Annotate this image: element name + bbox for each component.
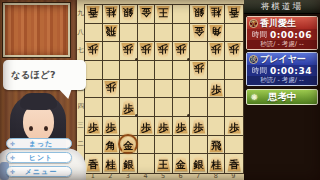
shogi-piece[interactable]: 銀 (121, 6, 135, 22)
button-label: メニュー (17, 167, 65, 177)
board-cell[interactable] (103, 61, 121, 80)
shogi-piece[interactable]: 飛 (104, 25, 118, 41)
board-cell[interactable] (208, 61, 226, 80)
board-cell[interactable]: 桂 (208, 5, 226, 24)
board-cell[interactable] (225, 24, 243, 43)
shogi-piece[interactable]: 金 (139, 6, 153, 22)
shogi-piece[interactable]: 歩 (121, 99, 135, 115)
board-cell[interactable]: 歩 (208, 42, 226, 61)
hint-button[interactable]: ✛ヒント (6, 152, 72, 163)
shogi-piece[interactable]: 角 (104, 137, 118, 153)
byoyomi-row-gote: 秒読/ - 考慮/ -- (247, 76, 317, 85)
shogi-piece[interactable]: 歩 (156, 43, 170, 59)
board-cell[interactable] (138, 24, 156, 43)
rank-label: 九 (77, 4, 84, 23)
action-buttons: ✛まった✛ヒント✛メニュー (6, 138, 72, 177)
gote-badge-icon: 後 (249, 55, 258, 64)
rank-label: 七 (77, 41, 84, 60)
board-cell[interactable]: 歩 (103, 80, 121, 99)
sente-badge-icon: 先 (249, 19, 258, 28)
board-cell[interactable] (120, 117, 138, 136)
board-cell[interactable]: 金 (138, 5, 156, 24)
board-cell[interactable] (138, 98, 156, 117)
board-cell[interactable]: 歩 (190, 61, 208, 80)
board-cell[interactable] (155, 98, 173, 117)
shogi-piece[interactable]: 歩 (209, 43, 223, 59)
avatar-bangs (20, 93, 57, 110)
shogi-app: 九八七六五四三二一 香桂銀金王銀桂香飛金角歩歩歩歩歩歩歩歩歩歩歩歩歩歩歩歩歩歩角… (0, 0, 320, 180)
shogi-piece[interactable]: 歩 (156, 118, 170, 134)
time-label: 時間 (252, 30, 267, 40)
shogi-piece[interactable]: 金 (192, 25, 206, 41)
board-cell[interactable]: 歩 (155, 117, 173, 136)
player-name-sente: 香川愛生 (260, 17, 296, 30)
board-cell[interactable]: 銀 (120, 5, 138, 24)
board-cell[interactable] (225, 80, 243, 99)
board-cell[interactable]: 歩 (190, 117, 208, 136)
file-label: 1 (84, 172, 102, 180)
shogi-piece[interactable]: 歩 (174, 118, 188, 134)
board-cell[interactable]: 香 (225, 154, 243, 173)
board-cell[interactable]: 歩 (138, 42, 156, 61)
board-cell[interactable] (155, 136, 173, 155)
board-cell[interactable]: 歩 (85, 117, 103, 136)
board-cell[interactable] (173, 136, 191, 155)
board-cell[interactable]: 銀 (190, 154, 208, 173)
board-cell[interactable] (85, 136, 103, 155)
board-cell[interactable]: 飛 (208, 136, 226, 155)
clock-gote: 0:00:34 (270, 66, 312, 76)
avatar-eye (29, 126, 33, 131)
shogi-piece[interactable]: 桂 (104, 6, 118, 22)
board-grid: 香桂銀金王銀桂香飛金角歩歩歩歩歩歩歩歩歩歩歩歩歩歩歩歩歩歩角金飛香桂銀王金銀桂香 (84, 4, 244, 174)
shogi-piece[interactable]: 香 (86, 156, 100, 172)
board-cell[interactable]: 飛 (103, 24, 121, 43)
shogi-piece[interactable]: 銀 (121, 156, 135, 172)
hoshi-dot (135, 114, 138, 117)
shogi-piece[interactable]: 歩 (104, 118, 118, 134)
board-cell[interactable]: 香 (225, 5, 243, 24)
shogi-piece[interactable]: 歩 (104, 81, 118, 97)
board-cell[interactable] (85, 80, 103, 99)
time-label: 時間 (252, 66, 267, 76)
board-cell[interactable] (138, 61, 156, 80)
board-cell[interactable]: 角 (208, 24, 226, 43)
board-cell[interactable]: 金 (190, 24, 208, 43)
piece-stand-top[interactable] (3, 3, 70, 57)
shogi-piece[interactable]: 桂 (104, 156, 118, 172)
board-cell[interactable] (85, 98, 103, 117)
shogi-piece[interactable]: 銀 (192, 6, 206, 22)
hoshi-dot (187, 114, 190, 117)
board-cell[interactable] (120, 24, 138, 43)
board-cell[interactable] (225, 136, 243, 155)
info-panel: 将棋道場 先 香川愛生 時間 0:00:06 秒読/ - 考慮/ -- 後 プレ… (244, 0, 320, 180)
button-label: まった (17, 139, 65, 149)
shogi-board: 九八七六五四三二一 香桂銀金王銀桂香飛金角歩歩歩歩歩歩歩歩歩歩歩歩歩歩歩歩歩歩角… (77, 0, 244, 180)
shogi-piece[interactable]: 桂 (209, 6, 223, 22)
dpad-icon: ✛ (10, 153, 15, 162)
shogi-piece[interactable]: 銀 (192, 156, 206, 172)
board-cell[interactable] (173, 61, 191, 80)
matta-button[interactable]: ✛まった (6, 138, 72, 149)
player-name-gote: プレイヤー (260, 53, 306, 66)
shogi-piece[interactable]: 金 (121, 137, 135, 153)
board-cell[interactable] (190, 98, 208, 117)
player-box-sente: 先 香川愛生 時間 0:00:06 秒読/ - 考慮/ -- (246, 16, 318, 50)
board-cell[interactable]: 歩 (225, 117, 243, 136)
hoshi-dot (135, 58, 138, 61)
spinner-icon: ❋ (251, 93, 258, 102)
file-labels: 123456789 (84, 172, 242, 180)
board-cell[interactable] (208, 98, 226, 117)
board-cell[interactable] (225, 61, 243, 80)
button-label: ヒント (17, 153, 65, 163)
board-cell[interactable] (173, 24, 191, 43)
board-cell[interactable]: 王 (155, 154, 173, 173)
shogi-piece[interactable]: 王 (156, 6, 170, 22)
board-cell[interactable]: 王 (155, 5, 173, 24)
file-label: 9 (225, 172, 243, 180)
board-cell[interactable] (190, 42, 208, 61)
board-cell[interactable] (120, 61, 138, 80)
shogi-piece[interactable]: 歩 (209, 81, 223, 97)
board-cell[interactable] (138, 136, 156, 155)
shogi-piece[interactable]: 桂 (209, 156, 223, 172)
thinking-status-bar: ❋ 思考中 (246, 89, 318, 105)
board-cell[interactable] (208, 117, 226, 136)
board-cell[interactable] (103, 42, 121, 61)
board-cell[interactable] (190, 136, 208, 155)
shogi-piece[interactable]: 歩 (227, 118, 241, 134)
shogi-piece[interactable]: 歩 (227, 43, 241, 59)
status-label: 思考中 (258, 91, 307, 104)
shogi-piece[interactable]: 香 (227, 156, 241, 172)
board-cell[interactable] (173, 80, 191, 99)
board-cell[interactable] (225, 98, 243, 117)
board-cell[interactable] (190, 80, 208, 99)
board-cell[interactable] (173, 5, 191, 24)
dpad-icon: ✛ (10, 167, 15, 176)
shogi-piece[interactable]: 金 (174, 156, 188, 172)
shogi-piece[interactable]: 歩 (174, 43, 188, 59)
dpad-icon: ✛ (10, 139, 15, 148)
file-label: 7 (189, 172, 207, 180)
board-cell[interactable]: 歩 (225, 42, 243, 61)
board-cell[interactable]: 香 (85, 154, 103, 173)
board-cell[interactable]: 歩 (173, 117, 191, 136)
board-cell[interactable] (85, 61, 103, 80)
shogi-piece[interactable]: 王 (156, 156, 170, 172)
board-cell[interactable]: 香 (85, 5, 103, 24)
board-cell[interactable]: 歩 (103, 117, 121, 136)
file-label: 2 (102, 172, 120, 180)
rank-label: 八 (77, 23, 84, 42)
shogi-piece[interactable]: 香 (86, 6, 100, 22)
speech-bubble: なるほど? (3, 60, 86, 90)
player-box-gote: 後 プレイヤー 時間 0:00:34 秒読/ - 考慮/ -- (246, 52, 318, 86)
shogi-piece[interactable]: 歩 (86, 118, 100, 134)
board-cell[interactable]: 銀 (120, 154, 138, 173)
board-cell[interactable] (103, 98, 121, 117)
board-cell[interactable] (138, 80, 156, 99)
menu-button[interactable]: ✛メニュー (6, 166, 72, 177)
board-cell[interactable] (85, 24, 103, 43)
board-cell[interactable]: 銀 (190, 5, 208, 24)
speech-bubble-text: なるほど? (11, 69, 55, 82)
shogi-piece[interactable]: 歩 (86, 43, 100, 59)
shogi-piece[interactable]: 香 (227, 6, 241, 22)
hoshi-dot (187, 58, 190, 61)
board-cell[interactable]: 桂 (208, 154, 226, 173)
board-cell[interactable]: 歩 (85, 42, 103, 61)
board-cell[interactable]: 歩 (138, 117, 156, 136)
board-cell[interactable]: 歩 (208, 80, 226, 99)
app-title: 将棋道場 (244, 0, 320, 14)
shogi-piece[interactable]: 歩 (139, 43, 153, 59)
board-cell[interactable]: 桂 (103, 154, 121, 173)
board-cell[interactable] (155, 80, 173, 99)
shogi-piece[interactable]: 歩 (121, 43, 135, 59)
shogi-piece[interactable]: 飛 (209, 137, 223, 153)
board-cell[interactable]: 金 (120, 136, 138, 155)
board-cell[interactable]: 歩 (155, 42, 173, 61)
clock-sente: 0:00:06 (270, 30, 312, 40)
board-cell[interactable] (120, 80, 138, 99)
board-cell[interactable]: 桂 (103, 5, 121, 24)
file-label: 5 (154, 172, 172, 180)
board-cell[interactable] (155, 24, 173, 43)
file-label: 4 (137, 172, 155, 180)
file-label: 3 (119, 172, 137, 180)
file-label: 6 (172, 172, 190, 180)
board-cell[interactable]: 金 (173, 154, 191, 173)
shogi-piece[interactable]: 歩 (139, 118, 153, 134)
board-cell[interactable] (155, 61, 173, 80)
byoyomi-row-sente: 秒読/ - 考慮/ -- (247, 40, 317, 49)
shogi-piece[interactable]: 歩 (192, 118, 206, 134)
avatar-eye (44, 126, 48, 131)
shogi-piece[interactable]: 角 (209, 25, 223, 41)
file-label: 8 (207, 172, 225, 180)
board-cell[interactable] (138, 154, 156, 173)
shogi-piece[interactable]: 歩 (192, 62, 206, 78)
